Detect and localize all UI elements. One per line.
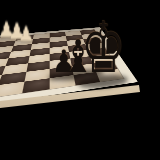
white-pawn-piece: ♟ [18,24,34,44]
chessboard-photo: ♟♟♟♟♝♚ [0,0,160,160]
board-square [22,78,49,93]
board-square [0,82,25,98]
black-king-piece: ♚ [81,13,126,83]
